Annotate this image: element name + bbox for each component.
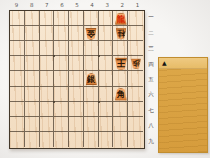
rank-label: 一 [146, 10, 156, 25]
board-cell[interactable] [69, 56, 84, 71]
board-cell[interactable] [25, 26, 40, 41]
board-cell[interactable] [99, 56, 114, 71]
hoshi-star-point [53, 55, 55, 57]
board-cell[interactable] [69, 11, 84, 26]
board-cell[interactable] [40, 117, 55, 132]
file-label: 2 [115, 1, 130, 9]
board-cell[interactable] [128, 41, 143, 56]
board-cell[interactable] [40, 56, 55, 71]
file-label: 3 [100, 1, 115, 9]
board-cell[interactable] [25, 132, 40, 147]
board-cell[interactable] [54, 117, 69, 132]
board-cell[interactable] [69, 102, 84, 117]
board-cell[interactable] [113, 41, 128, 56]
rank-label: 六 [146, 87, 156, 102]
board-cell[interactable] [10, 41, 25, 56]
shogi-board[interactable]: 龍金桂王歩銀角 [9, 10, 145, 149]
board-cell[interactable] [128, 102, 143, 117]
board-cell[interactable] [10, 102, 25, 117]
board-cell[interactable] [99, 87, 114, 102]
board-cell[interactable] [54, 41, 69, 56]
board-cell[interactable] [84, 117, 99, 132]
board-cell[interactable] [128, 117, 143, 132]
hoshi-star-point [98, 55, 100, 57]
file-label: 1 [130, 1, 145, 9]
board-cell[interactable] [113, 102, 128, 117]
board-cell[interactable] [113, 71, 128, 86]
board-cell[interactable] [113, 132, 128, 147]
file-label: 6 [54, 1, 69, 9]
file-label: 7 [39, 1, 54, 9]
hoshi-star-point [53, 101, 55, 103]
board-cell[interactable] [10, 117, 25, 132]
board-cell[interactable] [54, 56, 69, 71]
board-cell[interactable] [128, 26, 143, 41]
board-cell[interactable] [10, 71, 25, 86]
file-label: 9 [9, 1, 24, 9]
board-cell[interactable] [40, 11, 55, 26]
board-cell[interactable] [84, 87, 99, 102]
board-cell[interactable] [128, 87, 143, 102]
board-cell[interactable] [84, 132, 99, 147]
board-cell[interactable] [25, 11, 40, 26]
board-cell[interactable] [25, 87, 40, 102]
board-cell[interactable] [40, 132, 55, 147]
board-cell[interactable] [54, 11, 69, 26]
file-label: 5 [69, 1, 84, 9]
board-cell[interactable] [69, 117, 84, 132]
piece-kanji: 歩 [132, 60, 140, 68]
rank-label: 五 [146, 72, 156, 87]
board-cell[interactable] [25, 117, 40, 132]
board-cell[interactable] [10, 11, 25, 26]
piece-kanji: 桂 [117, 29, 125, 37]
board-cell[interactable] [99, 26, 114, 41]
board-cell[interactable] [10, 87, 25, 102]
board-cell[interactable] [99, 71, 114, 86]
rank-label: 二 [146, 25, 156, 40]
rank-label: 九 [146, 134, 156, 149]
rank-label: 四 [146, 56, 156, 71]
piece-kanji: 王 [116, 59, 126, 69]
file-label: 8 [24, 1, 39, 9]
hoshi-star-point [98, 101, 100, 103]
piece-kanji: 銀 [87, 75, 96, 84]
board-cell[interactable] [69, 71, 84, 86]
shogi-diagram: 987654321 一二三四五六七八九 龍金桂王歩銀角 ▲ [0, 0, 210, 158]
piece-kanji: 龍 [117, 15, 126, 24]
board-cell[interactable] [10, 56, 25, 71]
board-cell[interactable] [128, 132, 143, 147]
board-cell[interactable] [40, 41, 55, 56]
board-cell[interactable] [84, 41, 99, 56]
komadai-header: ▲ [159, 58, 207, 69]
piece-kanji: 金 [87, 29, 96, 38]
board-cell[interactable] [40, 26, 55, 41]
board-cell[interactable] [69, 132, 84, 147]
board-cell[interactable] [84, 11, 99, 26]
board-cell[interactable] [54, 132, 69, 147]
board-cell[interactable] [99, 41, 114, 56]
board-cell[interactable] [25, 71, 40, 86]
rank-label: 八 [146, 118, 156, 133]
file-label: 4 [85, 1, 100, 9]
komadai-piece-stand[interactable]: ▲ [158, 57, 208, 153]
board-cell[interactable] [84, 56, 99, 71]
board-cell[interactable] [40, 87, 55, 102]
board-cell[interactable] [69, 26, 84, 41]
piece-kanji: 角 [117, 90, 126, 99]
board-cell[interactable] [25, 41, 40, 56]
board-cell[interactable] [113, 117, 128, 132]
board-cell[interactable] [10, 26, 25, 41]
rank-label: 七 [146, 103, 156, 118]
board-cell[interactable] [54, 102, 69, 117]
board-cell[interactable] [54, 71, 69, 86]
board-cell[interactable] [128, 11, 143, 26]
sente-marker-icon: ▲ [162, 60, 167, 66]
board-cell[interactable] [69, 41, 84, 56]
board-cell[interactable] [54, 87, 69, 102]
board-cell[interactable] [40, 102, 55, 117]
board-cell[interactable] [84, 102, 99, 117]
board-cell[interactable] [10, 132, 25, 147]
board-cell[interactable] [40, 71, 55, 86]
board-cell[interactable] [99, 102, 114, 117]
board-cell[interactable] [69, 87, 84, 102]
board-cell[interactable] [99, 132, 114, 147]
rank-label: 三 [146, 41, 156, 56]
board-cell[interactable] [25, 56, 40, 71]
board-cell[interactable] [99, 117, 114, 132]
board-cell[interactable] [99, 11, 114, 26]
board-cell[interactable] [128, 71, 143, 86]
file-labels: 987654321 [9, 1, 145, 9]
rank-labels: 一二三四五六七八九 [146, 10, 156, 149]
board-cell[interactable] [54, 26, 69, 41]
board-cell[interactable] [25, 102, 40, 117]
